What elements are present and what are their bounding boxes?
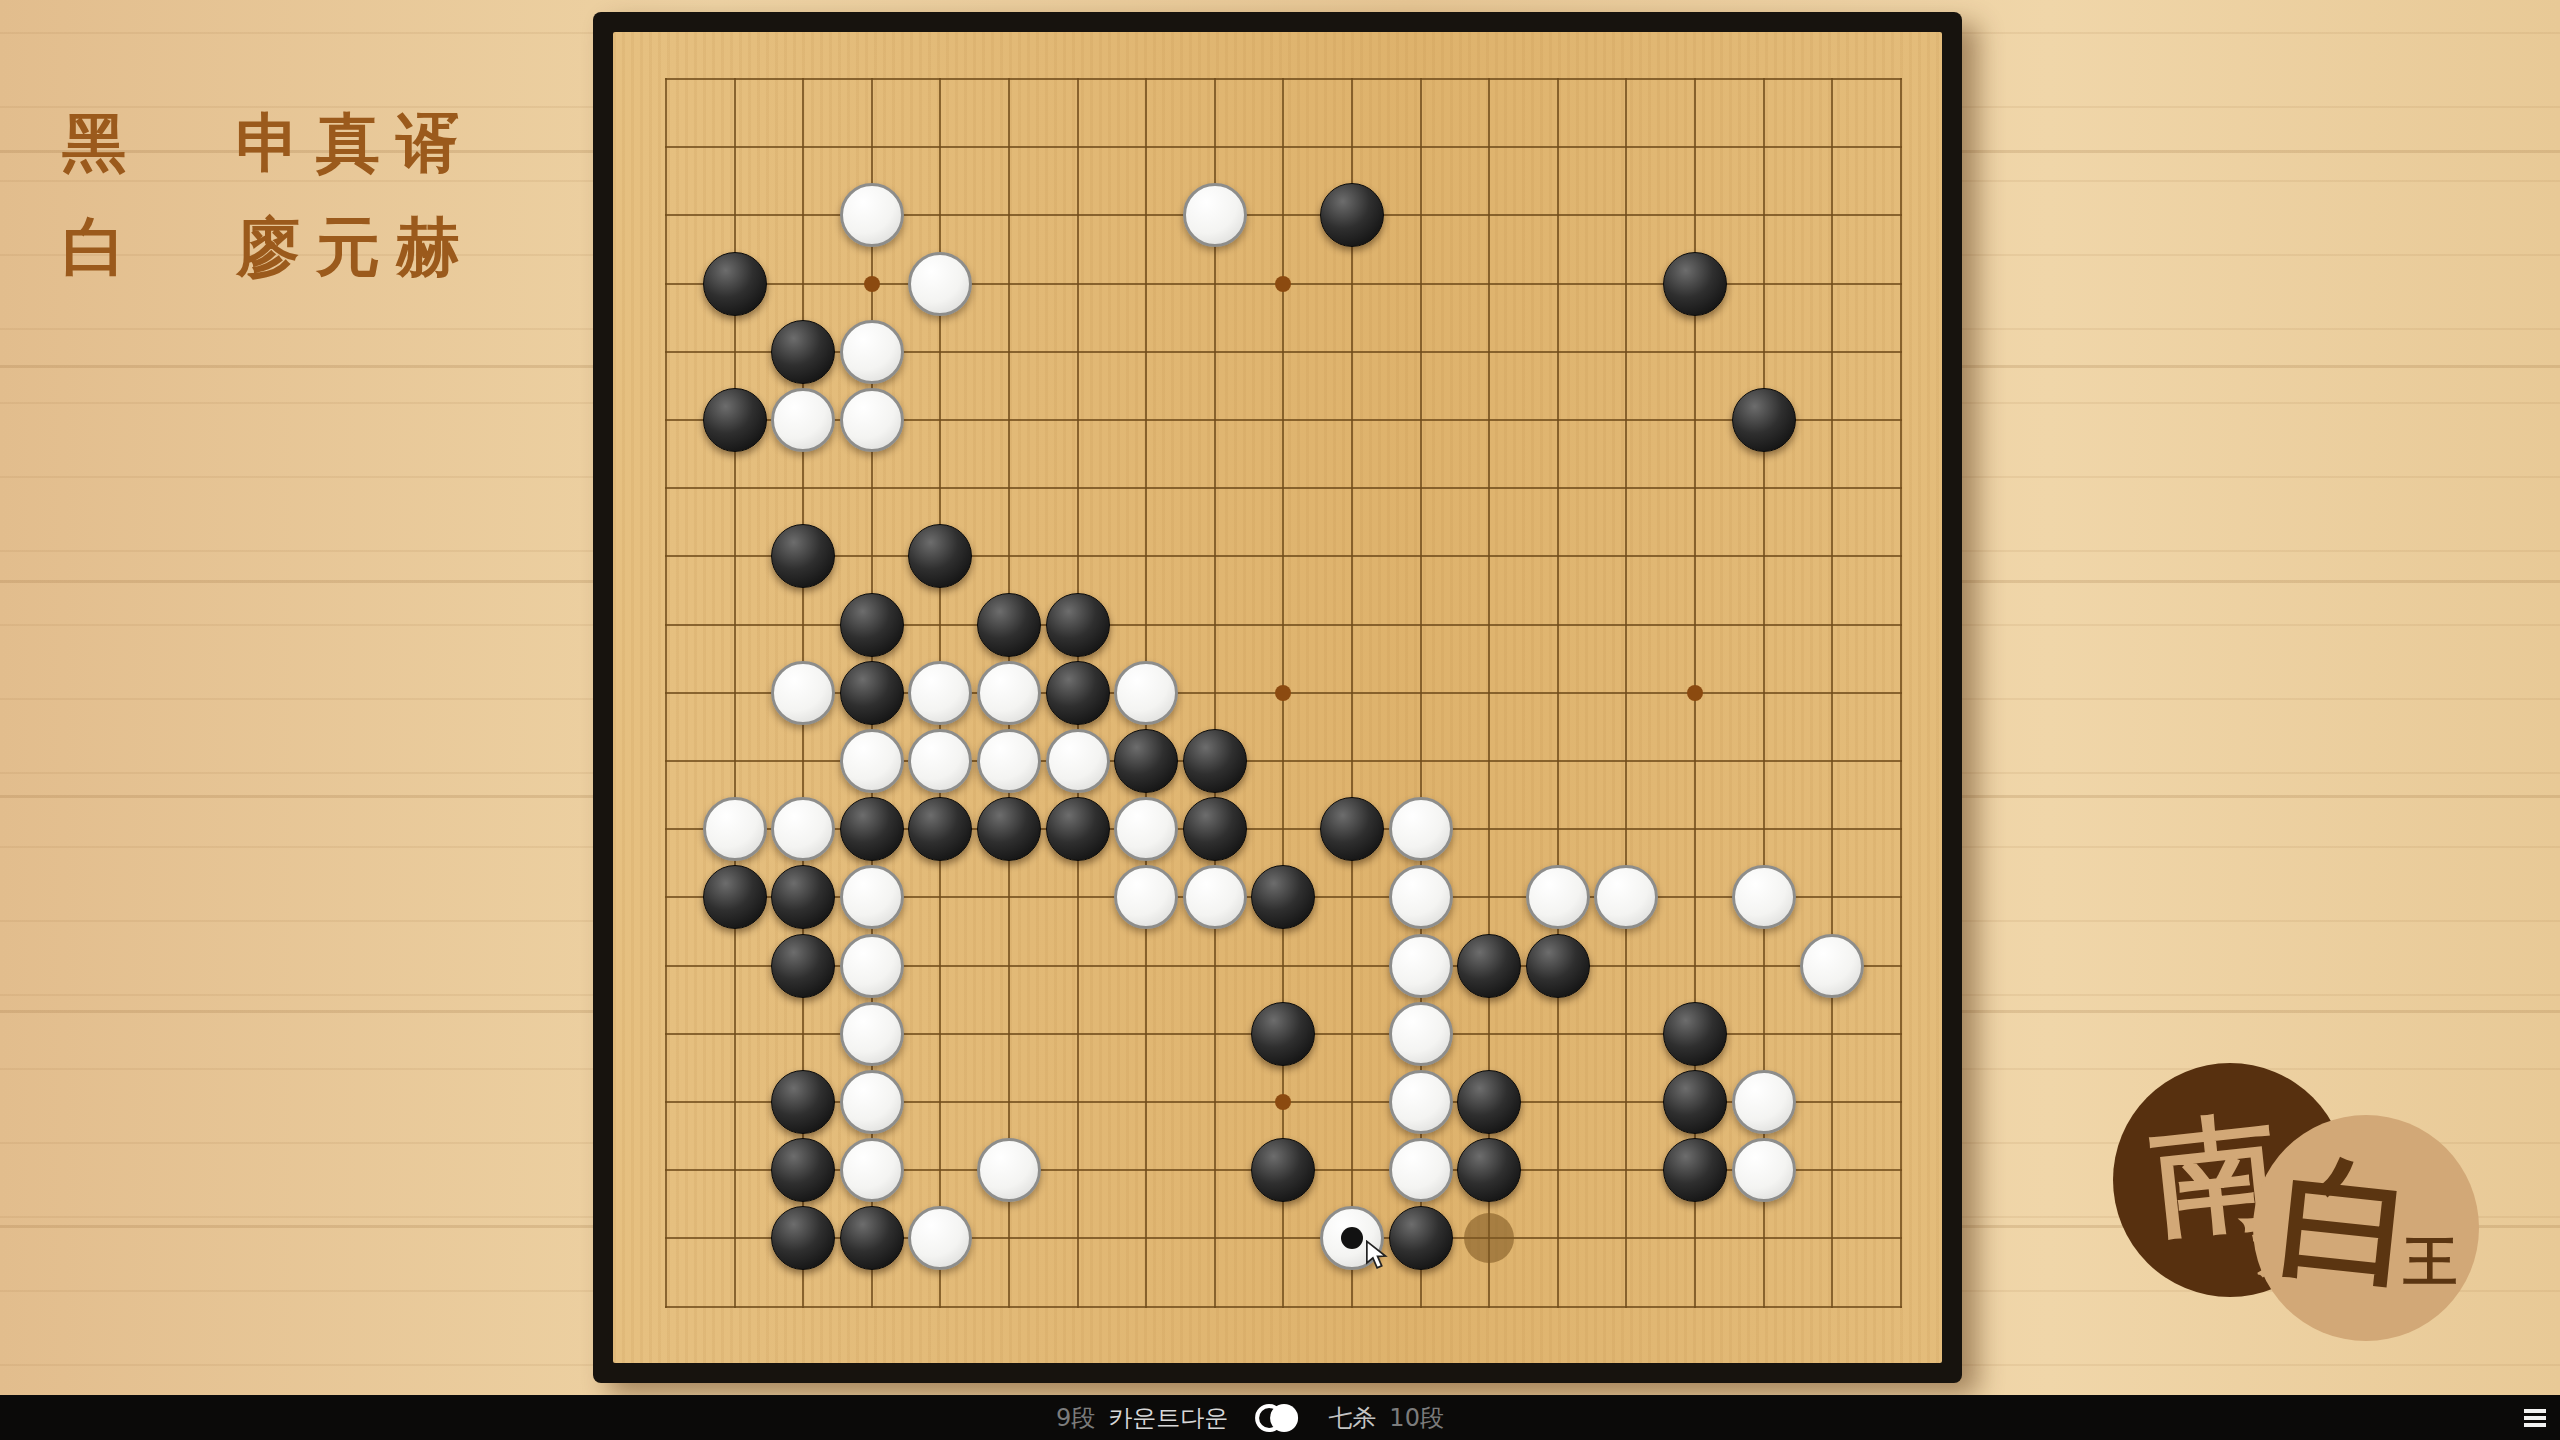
stone-white (771, 388, 835, 452)
stone-white (1046, 729, 1110, 793)
ghost-stone-preview[interactable] (1464, 1213, 1514, 1263)
app-logo: 南 大 白 王 (2100, 1050, 2500, 1350)
stone-black (703, 865, 767, 929)
stone-white (977, 729, 1041, 793)
stone-white (1114, 797, 1178, 861)
stone-black (771, 524, 835, 588)
player-labels: 黑 申真谞 白 廖元赫 (62, 108, 476, 282)
logo-light-char-small: 王 (2403, 1235, 2457, 1289)
stone-white (1732, 865, 1796, 929)
stone-white (1114, 865, 1178, 929)
app-screen: 黑 申真谞 白 廖元赫 南 大 白 王 9段 카운트다운 (0, 0, 2560, 1440)
stone-black (1046, 797, 1110, 861)
stone-white (840, 1138, 904, 1202)
stone-black (908, 524, 972, 588)
stone-white (1183, 865, 1247, 929)
right-player-nickname: 七杀 (1328, 1402, 1376, 1434)
stones-versus-icon (1255, 1403, 1301, 1433)
stone-black (1114, 729, 1178, 793)
stone-black (1526, 934, 1590, 998)
stone-black (840, 797, 904, 861)
stone-black (703, 252, 767, 316)
star-point (1275, 1094, 1291, 1110)
grid-vertical-line (1900, 78, 1902, 1308)
stone-white (1114, 661, 1178, 725)
stone-white (840, 934, 904, 998)
left-player-rank: 9段 (1056, 1402, 1095, 1434)
logo-light-stone: 白 王 (2253, 1115, 2479, 1341)
stone-white (771, 661, 835, 725)
matchup-info: 9段 카운트다운 七杀 10段 (1056, 1395, 1444, 1440)
star-point (1687, 685, 1703, 701)
black-player-row: 黑 申真谞 (62, 108, 476, 178)
stone-white (840, 865, 904, 929)
stone-white (840, 320, 904, 384)
stone-white (840, 183, 904, 247)
stone-white (908, 729, 972, 793)
stone-black (1389, 1206, 1453, 1270)
status-bar: 9段 카운트다운 七杀 10段 (0, 1395, 2560, 1440)
white-label: 白 (62, 204, 126, 291)
stone-white (1526, 865, 1590, 929)
left-player-nickname: 카운트다운 (1108, 1402, 1228, 1434)
stone-white (1594, 865, 1658, 929)
stone-black (1046, 661, 1110, 725)
star-point (1275, 276, 1291, 292)
last-move-marker (1341, 1227, 1363, 1249)
stone-black (908, 797, 972, 861)
white-player-name: 廖元赫 (236, 204, 476, 291)
stone-white (908, 1206, 972, 1270)
stone-black (1320, 183, 1384, 247)
black-player-name: 申真谞 (236, 100, 476, 187)
grid-vertical-line (1351, 78, 1353, 1308)
stone-white (840, 729, 904, 793)
mouse-cursor-icon (1365, 1240, 1393, 1274)
stone-white (908, 252, 972, 316)
stone-black (771, 1070, 835, 1134)
stone-white (977, 661, 1041, 725)
stone-white (1800, 934, 1864, 998)
stone-black (771, 865, 835, 929)
hamburger-menu-icon[interactable] (2524, 1409, 2546, 1427)
white-player-row: 白 廖元赫 (62, 212, 476, 282)
stone-white (908, 661, 972, 725)
stone-black (1457, 1138, 1521, 1202)
grid-vertical-line (1625, 78, 1627, 1308)
stone-black (1457, 934, 1521, 998)
stone-white (1389, 1002, 1453, 1066)
star-point (864, 276, 880, 292)
stone-white (977, 1138, 1041, 1202)
stone-black (977, 797, 1041, 861)
stone-white (1389, 1070, 1453, 1134)
grid-vertical-line (1831, 78, 1833, 1308)
stone-white (703, 797, 767, 861)
stone-black (1663, 1070, 1727, 1134)
white-stone-solid-icon (1270, 1404, 1298, 1432)
stone-black (1046, 593, 1110, 657)
stone-black (771, 1138, 835, 1202)
stone-black (1251, 865, 1315, 929)
stone-white (1732, 1070, 1796, 1134)
logo-light-char-main: 白 (2274, 1148, 2421, 1295)
stone-white (1732, 1138, 1796, 1202)
stone-white (1389, 865, 1453, 929)
black-label: 黑 (62, 100, 126, 187)
stone-black (1183, 797, 1247, 861)
stone-black (840, 1206, 904, 1270)
stone-black (1457, 1070, 1521, 1134)
right-player-rank: 10段 (1389, 1402, 1444, 1434)
grid-vertical-line (1557, 78, 1559, 1308)
stone-black (771, 1206, 835, 1270)
grid-horizontal-line (665, 1306, 1902, 1308)
stone-black (977, 593, 1041, 657)
stone-black (771, 320, 835, 384)
stone-white (1389, 934, 1453, 998)
stone-white (840, 1070, 904, 1134)
stone-black (1251, 1002, 1315, 1066)
stone-black (840, 661, 904, 725)
stone-white (840, 1002, 904, 1066)
stone-white (1183, 183, 1247, 247)
stone-white (1389, 1138, 1453, 1202)
stone-black (1183, 729, 1247, 793)
stone-black (1251, 1138, 1315, 1202)
stone-white (840, 388, 904, 452)
stone-black (1663, 1002, 1727, 1066)
stone-black (840, 593, 904, 657)
stone-black (1663, 252, 1727, 316)
stone-black (1732, 388, 1796, 452)
goban-frame (593, 12, 1962, 1383)
stone-black (703, 388, 767, 452)
stone-black (1320, 797, 1384, 861)
star-point (1275, 685, 1291, 701)
stone-black (1663, 1138, 1727, 1202)
stone-black (771, 934, 835, 998)
goban-board[interactable] (613, 32, 1942, 1363)
stone-white (771, 797, 835, 861)
stone-white (1389, 797, 1453, 861)
